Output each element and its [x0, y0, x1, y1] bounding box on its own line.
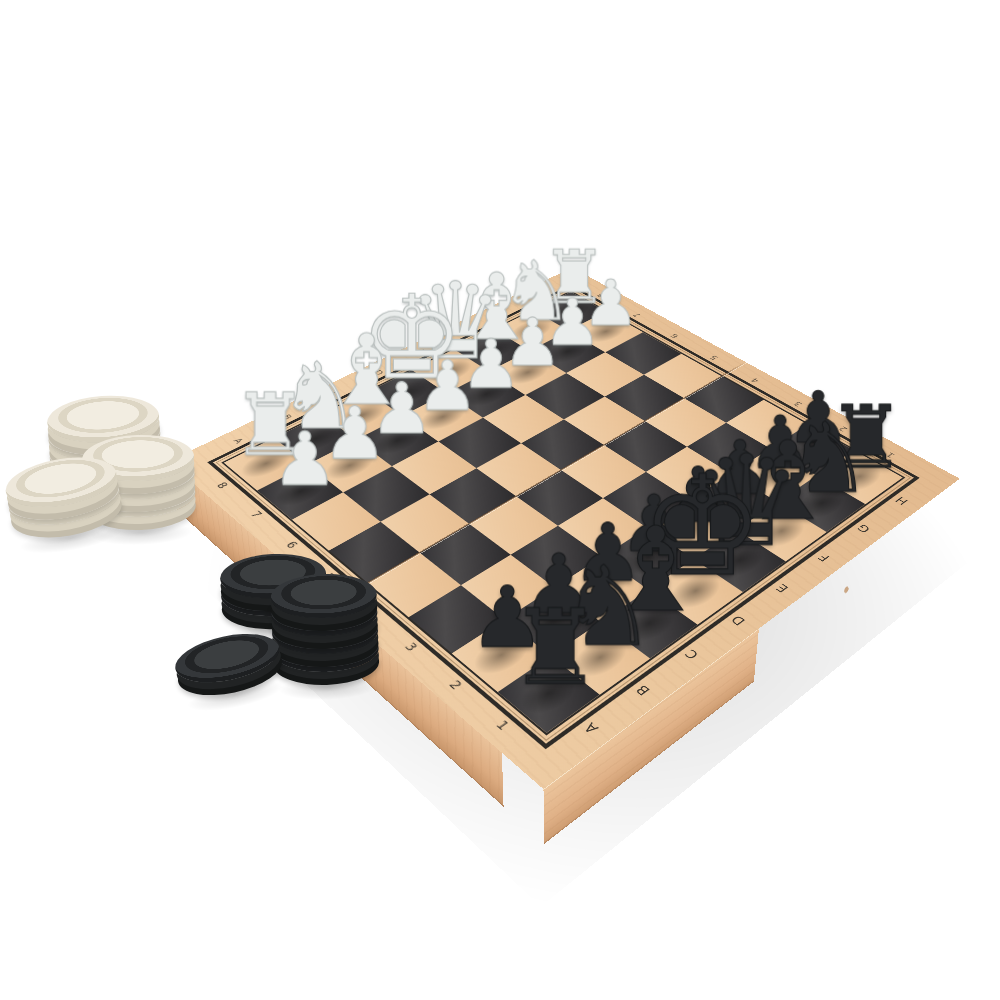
- chess-board-3d: ♜♞♝♚♛♝♞♜♟♟♟♟♟♟♟♟♟♟♟♟♟♟♟♟♜♞♝♚♛♝♞♜ AABBCCD…: [168, 268, 960, 790]
- rank-label-6: 6: [283, 539, 301, 551]
- board-surface: ♜♞♝♚♛♝♞♜♟♟♟♟♟♟♟♟♟♟♟♟♟♟♟♟♜♞♝♚♛♝♞♜ AABBCCD…: [168, 268, 960, 790]
- white-pawn-a7: ♟: [213, 422, 397, 496]
- rank-label-far-5: 5: [708, 354, 721, 361]
- perspective-scene: ♜♞♝♚♛♝♞♜♟♟♟♟♟♟♟♟♟♟♟♟♟♟♟♟♜♞♝♚♛♝♞♜ AABBCCD…: [0, 0, 1000, 1000]
- rank-label-4: 4: [359, 605, 378, 618]
- rank-label-7: 7: [247, 509, 265, 520]
- product-photo-stage: ♜♞♝♚♛♝♞♜♟♟♟♟♟♟♟♟♟♟♟♟♟♟♟♟♜♞♝♚♛♝♞♜ AABBCCD…: [0, 0, 1000, 1000]
- square-a1: ♜: [498, 656, 600, 733]
- black-rook-a1: ♜: [447, 595, 664, 699]
- file-label-a: A: [581, 720, 602, 736]
- rank-label-1: 1: [492, 718, 513, 733]
- rank-label-5: 5: [320, 571, 339, 583]
